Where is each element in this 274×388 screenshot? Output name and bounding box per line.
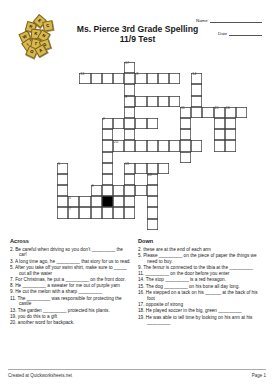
across-clue-2: 2. Be careful when driving so you don't …	[10, 247, 132, 258]
cell-number-13: 13	[80, 73, 84, 77]
grid-cell-r11c3[interactable]: 3	[91, 185, 102, 196]
grid-cell-r6c14[interactable]	[214, 129, 225, 140]
page-footer: Created at Quickworksheets.net Page 1	[8, 369, 266, 378]
name-line	[210, 16, 262, 23]
clues-section: Across 2. Be careful when driving so you…	[10, 238, 266, 327]
grid-cell-r11c5[interactable]	[113, 185, 124, 196]
grid-cell-r1c6[interactable]	[124, 73, 135, 84]
grid-cell-r4c13[interactable]	[202, 107, 213, 118]
crossword-tiles-logo: WRECKNITGOA	[16, 12, 60, 56]
grid-cell-r13c3[interactable]	[91, 207, 102, 218]
grid-cell-r9c0[interactable]: 5	[57, 163, 68, 174]
black-cell	[102, 196, 113, 207]
across-clue-11: 11. The _________ was responsible for pr…	[10, 296, 132, 307]
grid-cell-r10c8[interactable]: 18	[147, 174, 158, 185]
grid-cell-r5c14[interactable]	[214, 118, 225, 129]
footer-credit: Created at Quickworksheets.net	[8, 373, 72, 378]
grid-cell-r4c16[interactable]	[236, 107, 247, 118]
grid-cell-r10c6[interactable]	[124, 174, 135, 185]
across-clue-3: 3. A long time ago, he _________ that st…	[10, 259, 132, 265]
grid-cell-r4c6[interactable]	[124, 107, 135, 118]
grid-cell-r11c4[interactable]	[102, 185, 113, 196]
grid-cell-r8c11[interactable]	[180, 152, 191, 163]
grid-cell-r10c0[interactable]	[57, 174, 68, 185]
cell-number-7: 7	[69, 208, 71, 212]
grid-cell-r8c4[interactable]	[102, 152, 113, 163]
grid-cell-r6c11[interactable]	[180, 129, 191, 140]
grid-cell-r5c11[interactable]	[180, 118, 191, 129]
grid-cell-r5c4[interactable]: 2	[102, 118, 113, 129]
date-label: Date	[218, 31, 227, 36]
down-clue-9: 9. The femur is connected to the tibia a…	[138, 265, 266, 271]
grid-cell-r7c7[interactable]	[135, 140, 146, 151]
grid-cell-r1c5[interactable]	[113, 73, 124, 84]
grid-cell-r7c11[interactable]	[180, 140, 191, 151]
grid-cell-r4c11[interactable]: 11	[180, 107, 191, 118]
down-clue-11: 11. _________ on the door before you ent…	[138, 271, 266, 277]
down-clue-2: 2. these are at the end of each arm	[138, 247, 266, 253]
grid-cell-r5c7[interactable]	[135, 118, 146, 129]
grid-cell-r3c9[interactable]	[158, 96, 169, 107]
cell-number-16: 16	[226, 107, 230, 111]
grid-cell-r7c14[interactable]	[214, 140, 225, 151]
grid-cell-r1c2[interactable]: 13	[79, 73, 90, 84]
grid-cell-r12c2[interactable]	[79, 196, 90, 207]
cell-number-14: 14	[192, 73, 196, 77]
grid-cell-r5c6[interactable]	[124, 118, 135, 129]
grid-cell-r12c1[interactable]: 5	[68, 196, 79, 207]
grid-cell-r12c5[interactable]	[113, 196, 124, 207]
grid-cell-r7c4[interactable]	[102, 140, 113, 151]
grid-cell-r11c8[interactable]	[147, 185, 158, 196]
down-clue-14: 14. The stop _________ is a red hexagon.	[138, 277, 266, 283]
grid-cell-r13c0[interactable]	[57, 207, 68, 218]
grid-cell-r13c1[interactable]: 7	[68, 207, 79, 218]
down-clue-5: 5. Please _________ on the piece of pape…	[138, 253, 266, 264]
grid-cell-r6c4[interactable]	[102, 129, 113, 140]
grid-cell-r3c7[interactable]	[135, 96, 146, 107]
cell-number-3: 3	[91, 185, 93, 189]
down-clue-19: 19. He was able to tell time by looking …	[138, 315, 266, 326]
grid-cell-r1c3[interactable]	[91, 73, 102, 84]
grid-cell-r13c4[interactable]	[102, 207, 113, 218]
grid-cell-r9c4[interactable]	[102, 163, 113, 174]
across-clue-9: 9. He cut the melon with a sharp _______…	[10, 289, 132, 295]
down-clue-18: 18. He played soccer in the big, green _…	[138, 308, 266, 314]
grid-cell-r13c2[interactable]	[79, 207, 90, 218]
down-clue-15: 15. The dog _________ on his bone all da…	[138, 284, 266, 290]
across-clue-5: 5. After you take off your swim shirt, m…	[10, 265, 132, 276]
grid-cell-r7c8[interactable]	[147, 140, 158, 151]
grid-cell-r13c5[interactable]	[113, 207, 124, 218]
grid-cell-r11c7[interactable]	[135, 185, 146, 196]
cell-number-8: 8	[136, 73, 138, 77]
grid-cell-r9c9[interactable]	[158, 163, 169, 174]
cell-number-18: 18	[147, 174, 151, 178]
grid-cell-r10c4[interactable]	[102, 174, 113, 185]
cell-number-11: 11	[181, 107, 185, 111]
down-heading: Down	[138, 238, 266, 244]
grid-cell-r1c7[interactable]: 8	[135, 73, 146, 84]
grid-cell-r3c6[interactable]: 9	[124, 96, 135, 107]
name-label: Name	[196, 18, 208, 23]
grid-cell-r4c15[interactable]: 16	[225, 107, 236, 118]
grid-cell-r3c8[interactable]	[147, 96, 158, 107]
cell-number-9: 9	[125, 96, 127, 100]
across-clue-7: 7. For Christmas, he put a _________ on …	[10, 277, 132, 283]
grid-cell-r12c8[interactable]	[147, 196, 158, 207]
across-clue-20: 20. another word for backpack.	[10, 320, 132, 326]
grid-cell-r7c6[interactable]	[124, 140, 135, 151]
cell-number-20: 20	[114, 141, 118, 145]
across-clue-19: 19. you do this to a gift	[10, 314, 132, 320]
grid-cell-r2c12[interactable]	[191, 84, 202, 95]
grid-cell-r12c3[interactable]	[91, 196, 102, 207]
across-clue-8: 8. He _________ a sweater for me out of …	[10, 283, 132, 289]
grid-cell-r4c14[interactable]: 15	[214, 107, 225, 118]
cell-number-5: 5	[58, 163, 60, 167]
grid-cell-r7c9[interactable]	[158, 140, 169, 151]
grid-cell-r12c0[interactable]	[57, 196, 68, 207]
grid-cell-r3c12[interactable]	[191, 96, 202, 107]
grid-cell-r7c15[interactable]	[225, 140, 236, 151]
cell-number-2: 2	[103, 118, 105, 122]
footer-page-number: Page 1	[252, 373, 266, 378]
grid-cell-r9c7[interactable]	[135, 163, 146, 174]
grid-cell-r14c8[interactable]	[147, 219, 158, 230]
down-clue-17: 17. opposite of strong	[138, 302, 266, 308]
grid-cell-r9c6[interactable]: 19	[124, 163, 135, 174]
page-title: Ms. Pierce 3rd Grade Spelling 11/9 Test	[60, 24, 215, 44]
name-field: Name	[196, 16, 262, 23]
title-line2: 11/9 Test	[60, 34, 215, 44]
grid-cell-r1c4[interactable]	[102, 73, 113, 84]
grid-cell-r11c6[interactable]	[124, 185, 135, 196]
across-heading: Across	[10, 238, 132, 244]
grid-cell-r12c6[interactable]	[124, 196, 135, 207]
crossword-grid: 1713814911151622051918357	[57, 62, 247, 230]
down-clues-column: Down 2. these are at the end of each arm…	[138, 238, 266, 327]
cell-number-5: 5	[69, 197, 71, 201]
grid-cell-r1c10[interactable]	[169, 73, 180, 84]
cell-number-15: 15	[215, 107, 219, 111]
across-clues-column: Across 2. Be careful when driving so you…	[10, 238, 138, 327]
grid-cell-r7c10[interactable]	[169, 140, 180, 151]
grid-cell-r0c6[interactable]: 17	[124, 62, 135, 73]
cell-number-19: 19	[125, 163, 129, 167]
cell-number-17: 17	[125, 62, 129, 66]
grid-cell-r6c6[interactable]	[124, 129, 135, 140]
grid-cell-r13c8[interactable]	[147, 207, 158, 218]
grid-cell-r2c6[interactable]	[124, 84, 135, 95]
across-clue-13: 13. The garden _________ protected his p…	[10, 308, 132, 314]
grid-cell-r5c5[interactable]	[113, 118, 124, 129]
grid-cell-r7c12[interactable]	[191, 140, 202, 151]
grid-cell-r5c8[interactable]	[147, 118, 158, 129]
grid-cell-r1c12[interactable]: 14	[191, 73, 202, 84]
grid-cell-r4c12[interactable]	[191, 107, 202, 118]
grid-cell-r6c15[interactable]	[225, 129, 236, 140]
grid-cell-r5c15[interactable]	[225, 118, 236, 129]
grid-cell-r1c9[interactable]	[158, 73, 169, 84]
grid-cell-r11c0[interactable]	[57, 185, 68, 196]
title-line1: Ms. Pierce 3rd Grade Spelling	[60, 24, 215, 34]
grid-cell-r13c6[interactable]	[124, 207, 135, 218]
down-clue-16: 16. He stepped on a tack on his ______ a…	[138, 290, 266, 301]
grid-cell-r3c10[interactable]	[169, 96, 180, 107]
grid-cell-r1c8[interactable]	[147, 73, 158, 84]
grid-cell-r7c5[interactable]: 20	[113, 140, 124, 151]
date-line	[229, 29, 262, 36]
date-field: Date	[218, 29, 262, 36]
